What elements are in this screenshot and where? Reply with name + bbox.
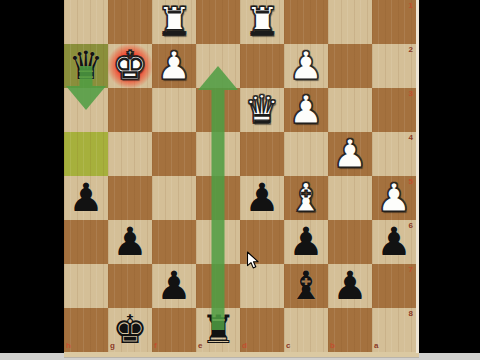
black-pawn-b7[interactable]: ♟ bbox=[328, 264, 372, 308]
square-h3[interactable] bbox=[64, 88, 108, 132]
square-h6[interactable] bbox=[64, 220, 108, 264]
square-a1[interactable]: 1 bbox=[372, 0, 416, 44]
square-g3[interactable] bbox=[108, 88, 152, 132]
letterbox-left bbox=[0, 0, 64, 353]
square-f5[interactable] bbox=[152, 176, 196, 220]
black-rook-e8[interactable]: ♜ bbox=[196, 308, 240, 352]
square-g5[interactable] bbox=[108, 176, 152, 220]
file-label-d: d bbox=[242, 342, 247, 350]
rank-label-4: 4 bbox=[409, 134, 413, 142]
file-label-f: f bbox=[154, 342, 157, 350]
square-e1[interactable] bbox=[196, 0, 240, 44]
square-a3[interactable]: 3 bbox=[372, 88, 416, 132]
white-rook-d1[interactable]: ♜ bbox=[240, 0, 284, 44]
black-pawn-d5[interactable]: ♟ bbox=[240, 176, 284, 220]
square-h8[interactable]: h bbox=[64, 308, 108, 352]
white-king-g2[interactable]: ♚ bbox=[108, 44, 152, 88]
black-queen-h2[interactable]: ♛ bbox=[64, 44, 108, 88]
square-c8[interactable]: c bbox=[284, 308, 328, 352]
square-d6[interactable] bbox=[240, 220, 284, 264]
square-a8[interactable]: 8a bbox=[372, 308, 416, 352]
black-king-g8[interactable]: ♚ bbox=[108, 308, 152, 352]
white-bishop-c5[interactable]: ♝ bbox=[284, 176, 328, 220]
square-f3[interactable] bbox=[152, 88, 196, 132]
black-pawn-f7[interactable]: ♟ bbox=[152, 264, 196, 308]
square-e7[interactable] bbox=[196, 264, 240, 308]
square-c4[interactable] bbox=[284, 132, 328, 176]
rank-label-8: 8 bbox=[409, 310, 413, 318]
black-bishop-c7[interactable]: ♝ bbox=[284, 264, 328, 308]
rank-label-3: 3 bbox=[409, 90, 413, 98]
square-d4[interactable] bbox=[240, 132, 284, 176]
square-h7[interactable] bbox=[64, 264, 108, 308]
square-b2[interactable] bbox=[328, 44, 372, 88]
rank-label-1: 1 bbox=[409, 2, 413, 10]
square-f4[interactable] bbox=[152, 132, 196, 176]
board-bottom-edge bbox=[64, 352, 419, 358]
file-label-h: h bbox=[66, 342, 71, 350]
black-pawn-h5[interactable]: ♟ bbox=[64, 176, 108, 220]
square-e3[interactable] bbox=[196, 88, 240, 132]
square-b6[interactable] bbox=[328, 220, 372, 264]
square-d7[interactable] bbox=[240, 264, 284, 308]
square-g1[interactable] bbox=[108, 0, 152, 44]
square-h1[interactable] bbox=[64, 0, 108, 44]
white-pawn-c3[interactable]: ♟ bbox=[284, 88, 328, 132]
square-a7[interactable]: 7 bbox=[372, 264, 416, 308]
square-a2[interactable]: 2 bbox=[372, 44, 416, 88]
file-label-c: c bbox=[286, 342, 290, 350]
white-rook-f1[interactable]: ♜ bbox=[152, 0, 196, 44]
square-h4[interactable] bbox=[64, 132, 108, 176]
square-e4[interactable] bbox=[196, 132, 240, 176]
square-e6[interactable] bbox=[196, 220, 240, 264]
square-d8[interactable]: d bbox=[240, 308, 284, 352]
chess-board[interactable]: 1234567hgfedcb8a♜♜♛♚♟♟♛♟♟♟♟♝♟♟♟♟♟♝♟♚♜ bbox=[64, 0, 416, 352]
square-b5[interactable] bbox=[328, 176, 372, 220]
letterbox-right bbox=[419, 0, 480, 353]
square-e2[interactable] bbox=[196, 44, 240, 88]
square-f8[interactable]: f bbox=[152, 308, 196, 352]
square-d2[interactable] bbox=[240, 44, 284, 88]
square-g4[interactable] bbox=[108, 132, 152, 176]
white-pawn-f2[interactable]: ♟ bbox=[152, 44, 196, 88]
square-e5[interactable] bbox=[196, 176, 240, 220]
square-b1[interactable] bbox=[328, 0, 372, 44]
white-pawn-b4[interactable]: ♟ bbox=[328, 132, 372, 176]
square-f6[interactable] bbox=[152, 220, 196, 264]
board-right-edge bbox=[416, 0, 419, 353]
white-pawn-a5[interactable]: ♟ bbox=[372, 176, 416, 220]
square-a4[interactable]: 4 bbox=[372, 132, 416, 176]
square-b8[interactable]: b bbox=[328, 308, 372, 352]
black-pawn-a6[interactable]: ♟ bbox=[372, 220, 416, 264]
black-pawn-g6[interactable]: ♟ bbox=[108, 220, 152, 264]
rank-label-7: 7 bbox=[409, 266, 413, 274]
video-frame: 1234567hgfedcb8a♜♜♛♚♟♟♛♟♟♟♟♝♟♟♟♟♟♝♟♚♜ bbox=[0, 0, 480, 360]
square-b3[interactable] bbox=[328, 88, 372, 132]
file-label-b: b bbox=[330, 342, 335, 350]
file-label-a: a bbox=[374, 342, 378, 350]
square-g7[interactable] bbox=[108, 264, 152, 308]
white-queen-d3[interactable]: ♛ bbox=[240, 88, 284, 132]
white-pawn-c2[interactable]: ♟ bbox=[284, 44, 328, 88]
rank-label-2: 2 bbox=[409, 46, 413, 54]
black-pawn-c6[interactable]: ♟ bbox=[284, 220, 328, 264]
square-c1[interactable] bbox=[284, 0, 328, 44]
